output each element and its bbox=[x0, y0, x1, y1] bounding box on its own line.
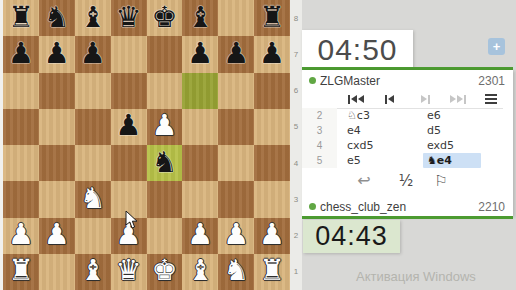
square-d6[interactable] bbox=[111, 73, 147, 109]
square-h3[interactable] bbox=[254, 181, 290, 217]
square-g3[interactable] bbox=[218, 181, 254, 217]
move-row-3: 3e4d5 bbox=[302, 123, 513, 138]
black-n-piece-icon: ♞ bbox=[151, 148, 177, 177]
square-a7[interactable]: ♟ bbox=[3, 36, 39, 72]
square-e1[interactable]: ♚ bbox=[147, 254, 183, 290]
square-b2[interactable]: ♟ bbox=[39, 218, 75, 254]
white-p-piece-icon: ♟ bbox=[44, 220, 70, 249]
square-d3[interactable] bbox=[111, 181, 147, 217]
square-a1[interactable]: ♜ bbox=[3, 254, 39, 290]
black-b-piece-icon: ♝ bbox=[80, 3, 106, 32]
white-r-piece-icon: ♜ bbox=[8, 256, 34, 285]
game-actions: ↩½⚐ bbox=[302, 168, 513, 196]
move-row-2: 2♘c3e6 bbox=[302, 108, 513, 123]
black-p-piece-icon: ♟ bbox=[44, 39, 70, 68]
square-g5[interactable] bbox=[218, 109, 254, 145]
black-move[interactable]: d5 bbox=[423, 123, 447, 138]
black-p-piece-icon: ♟ bbox=[187, 39, 213, 68]
square-a2[interactable]: ♟ bbox=[3, 218, 39, 254]
square-b5[interactable] bbox=[39, 109, 75, 145]
square-e8[interactable]: ♚ bbox=[147, 0, 183, 36]
square-c6[interactable] bbox=[75, 73, 111, 109]
black-b-piece-icon: ♝ bbox=[187, 3, 213, 32]
player-row: chess_club_zen 2210 bbox=[302, 196, 513, 216]
add-time-button[interactable]: + bbox=[488, 38, 505, 55]
square-b1[interactable] bbox=[39, 254, 75, 290]
black-move[interactable]: e6 bbox=[423, 108, 447, 123]
square-c3[interactable]: ♞ bbox=[75, 181, 111, 217]
game-panel: 04:50 + ZLGMaster 2301 2♘c3e63e4d54cxd5e… bbox=[302, 0, 516, 290]
menu-move-icon[interactable] bbox=[480, 92, 502, 106]
square-c7[interactable]: ♟ bbox=[75, 36, 111, 72]
square-b8[interactable]: ♞ bbox=[39, 0, 75, 36]
black-k-piece-icon: ♚ bbox=[151, 3, 177, 32]
square-d5[interactable]: ♟ bbox=[111, 109, 147, 145]
white-move[interactable]: ♘c3 bbox=[347, 108, 370, 123]
square-a6[interactable] bbox=[3, 73, 39, 109]
square-e3[interactable] bbox=[147, 181, 183, 217]
black-p-piece-icon: ♟ bbox=[259, 39, 285, 68]
prev-move-icon[interactable] bbox=[378, 92, 400, 106]
square-f2[interactable]: ♟ bbox=[182, 218, 218, 254]
square-f5[interactable] bbox=[182, 109, 218, 145]
player-time-bar bbox=[302, 216, 513, 219]
square-f3[interactable] bbox=[182, 181, 218, 217]
square-h6[interactable] bbox=[254, 73, 290, 109]
chess-board: ♜♞♝♛♚♝♜♟♟♟♟♟♟♟♟♞♞♟♟♟♟♟♟♜♝♛♚♝♞♜ bbox=[3, 0, 290, 290]
black-q-piece-icon: ♛ bbox=[116, 3, 142, 32]
square-g4[interactable] bbox=[218, 145, 254, 181]
rank-label-1: 1 bbox=[290, 254, 302, 290]
rank-label-7: 7 bbox=[290, 36, 302, 72]
rank-label-5: 5 bbox=[290, 109, 302, 145]
white-move[interactable]: e4 bbox=[347, 123, 361, 138]
black-p-piece-icon: ♟ bbox=[80, 39, 106, 68]
square-c1[interactable]: ♝ bbox=[75, 254, 111, 290]
white-p-piece-icon: ♟ bbox=[8, 220, 34, 249]
draw-button[interactable]: ½ bbox=[393, 170, 419, 192]
resign-button[interactable]: ⚐ bbox=[428, 170, 454, 192]
board-coordinates: 87654321 bbox=[290, 0, 302, 290]
square-f6[interactable] bbox=[182, 73, 218, 109]
black-p-piece-icon: ♟ bbox=[116, 111, 142, 140]
white-move[interactable]: cxd5 bbox=[347, 138, 374, 153]
rank-label-4: 4 bbox=[290, 145, 302, 181]
online-status-icon bbox=[309, 77, 316, 84]
square-g2[interactable]: ♟ bbox=[218, 218, 254, 254]
square-e5[interactable]: ♟ bbox=[147, 109, 183, 145]
square-d7[interactable] bbox=[111, 36, 147, 72]
white-p-piece-icon: ♟ bbox=[223, 220, 249, 249]
white-b-piece-icon: ♝ bbox=[80, 256, 106, 285]
black-p-piece-icon: ♟ bbox=[223, 39, 249, 68]
move-row-5: 5e5♞e4 bbox=[302, 153, 513, 168]
square-d4[interactable] bbox=[111, 145, 147, 181]
move-row-4: 4cxd5exd5 bbox=[302, 138, 513, 153]
white-n-piece-icon: ♞ bbox=[80, 184, 106, 213]
windows-activation-watermark: Активация Windows bbox=[356, 269, 476, 284]
square-b4[interactable] bbox=[39, 145, 75, 181]
square-e4[interactable]: ♞ bbox=[147, 145, 183, 181]
black-r-piece-icon: ♜ bbox=[259, 3, 285, 32]
square-h2[interactable]: ♟ bbox=[254, 218, 290, 254]
square-d1[interactable]: ♛ bbox=[111, 254, 147, 290]
opponent-clock-time: 04:50 bbox=[317, 33, 397, 67]
move-number: 2 bbox=[302, 108, 337, 123]
white-p-piece-icon: ♟ bbox=[187, 220, 213, 249]
black-move-current[interactable]: ♞e4 bbox=[423, 153, 481, 168]
square-h8[interactable]: ♜ bbox=[254, 0, 290, 36]
square-f8[interactable]: ♝ bbox=[182, 0, 218, 36]
moves-card: ZLGMaster 2301 2♘c3e63e4d54cxd5exd55e5♞e… bbox=[302, 70, 513, 216]
opponent-rating: 2301 bbox=[478, 74, 505, 88]
rank-label-6: 6 bbox=[290, 73, 302, 109]
rank-label-3: 3 bbox=[290, 181, 302, 217]
opponent-name: ZLGMaster bbox=[320, 74, 380, 88]
online-status-icon bbox=[309, 203, 316, 210]
square-c4[interactable] bbox=[75, 145, 111, 181]
player-rating: 2210 bbox=[478, 200, 505, 214]
black-r-piece-icon: ♜ bbox=[8, 3, 34, 32]
opponent-clock: 04:50 bbox=[302, 30, 413, 70]
last-move-icon[interactable] bbox=[447, 92, 469, 106]
square-f7[interactable]: ♟ bbox=[182, 36, 218, 72]
takeback-button[interactable]: ↩ bbox=[351, 170, 377, 192]
move-number: 5 bbox=[302, 153, 337, 168]
square-h4[interactable] bbox=[254, 145, 290, 181]
white-p-piece-icon: ♟ bbox=[116, 220, 142, 249]
square-h1[interactable]: ♜ bbox=[254, 254, 290, 290]
rank-label-2: 2 bbox=[290, 218, 302, 254]
square-h7[interactable]: ♟ bbox=[254, 36, 290, 72]
white-p-piece-icon: ♟ bbox=[259, 220, 285, 249]
square-g6[interactable] bbox=[218, 73, 254, 109]
black-n-piece-icon: ♞ bbox=[44, 3, 70, 32]
square-a4[interactable] bbox=[3, 145, 39, 181]
black-move[interactable]: exd5 bbox=[423, 138, 460, 153]
move-number: 4 bbox=[302, 138, 337, 153]
next-move-icon[interactable] bbox=[414, 92, 436, 106]
square-e2[interactable] bbox=[147, 218, 183, 254]
square-c5[interactable] bbox=[75, 109, 111, 145]
opponent-row: ZLGMaster 2301 bbox=[302, 70, 513, 90]
square-c8[interactable]: ♝ bbox=[75, 0, 111, 36]
square-g1[interactable]: ♞ bbox=[218, 254, 254, 290]
player-name: chess_club_zen bbox=[320, 200, 406, 214]
square-g7[interactable]: ♟ bbox=[218, 36, 254, 72]
square-h5[interactable] bbox=[254, 109, 290, 145]
player-clock: 04:43 bbox=[303, 220, 400, 253]
white-q-piece-icon: ♛ bbox=[116, 256, 142, 285]
rank-label-8: 8 bbox=[290, 0, 302, 36]
white-move[interactable]: e5 bbox=[347, 153, 361, 168]
square-a3[interactable] bbox=[3, 181, 39, 217]
white-r-piece-icon: ♜ bbox=[259, 256, 285, 285]
square-b6[interactable] bbox=[39, 73, 75, 109]
move-number: 3 bbox=[302, 123, 337, 138]
square-e6[interactable] bbox=[147, 73, 183, 109]
square-b3[interactable] bbox=[39, 181, 75, 217]
square-f4[interactable] bbox=[182, 145, 218, 181]
square-d8[interactable]: ♛ bbox=[111, 0, 147, 36]
white-p-piece-icon: ♟ bbox=[151, 111, 177, 140]
square-a8[interactable]: ♜ bbox=[3, 0, 39, 36]
white-b-piece-icon: ♝ bbox=[187, 256, 213, 285]
square-b7[interactable]: ♟ bbox=[39, 36, 75, 72]
player-clock-time: 04:43 bbox=[315, 221, 388, 252]
chess-app-window: ♜♞♝♛♚♝♜♟♟♟♟♟♟♟♟♞♞♟♟♟♟♟♟♜♝♛♚♝♞♜ 87654321 … bbox=[0, 0, 516, 290]
move-navigation bbox=[302, 90, 513, 108]
square-a5[interactable] bbox=[3, 109, 39, 145]
first-move-icon[interactable] bbox=[345, 92, 367, 106]
white-n-piece-icon: ♞ bbox=[223, 256, 249, 285]
black-p-piece-icon: ♟ bbox=[8, 39, 34, 68]
square-f1[interactable]: ♝ bbox=[182, 254, 218, 290]
square-d2[interactable]: ♟ bbox=[111, 218, 147, 254]
white-k-piece-icon: ♚ bbox=[151, 256, 177, 285]
square-c2[interactable] bbox=[75, 218, 111, 254]
square-e7[interactable] bbox=[147, 36, 183, 72]
square-g8[interactable] bbox=[218, 0, 254, 36]
